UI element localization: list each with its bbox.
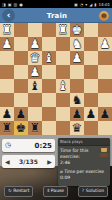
square[interactable] bbox=[56, 121, 70, 135]
square[interactable] bbox=[28, 23, 42, 37]
notification-icon: ▥ bbox=[14, 2, 18, 7]
square[interactable] bbox=[98, 65, 112, 79]
piece-wK: ♚ bbox=[72, 23, 83, 37]
square[interactable]: ♟ bbox=[28, 65, 42, 79]
signal-icon: ◢ bbox=[89, 2, 92, 7]
square[interactable]: ♚ bbox=[70, 23, 84, 37]
square[interactable] bbox=[56, 51, 70, 65]
square[interactable] bbox=[42, 23, 56, 37]
square[interactable]: ♟ bbox=[70, 51, 84, 65]
square[interactable]: ♟ bbox=[28, 37, 42, 51]
square[interactable]: ♞ bbox=[70, 93, 84, 107]
lower-panel: ◷ 0:25 ◀ 3/135 ▶ Black plays Time for th… bbox=[0, 135, 112, 200]
piece-bK: ♚ bbox=[16, 121, 27, 135]
pause-label: Pause bbox=[51, 189, 64, 194]
exercise-counter: 3/135 bbox=[19, 158, 38, 165]
square[interactable] bbox=[42, 79, 56, 93]
square[interactable]: ♝ bbox=[42, 51, 56, 65]
square[interactable]: ♛ bbox=[70, 121, 84, 135]
solution-button[interactable]: ? Solution bbox=[78, 186, 108, 198]
chess-board[interactable]: ♜♜♚♟♟♞♟♛♝♟♟♝♝♞♟♟♟♟♟♜♚♜♛ bbox=[0, 23, 112, 135]
square[interactable] bbox=[84, 65, 98, 79]
square[interactable] bbox=[0, 79, 14, 93]
square[interactable] bbox=[42, 37, 56, 51]
coach-mascot-icon bbox=[100, 147, 108, 157]
clock-icon: ◷ bbox=[5, 142, 11, 149]
square[interactable]: ♜ bbox=[0, 121, 14, 135]
square[interactable] bbox=[56, 65, 70, 79]
previous-exercise-button[interactable]: ◀ bbox=[5, 159, 10, 165]
exercise-time-value: 2:46 bbox=[60, 160, 108, 166]
pause-icon: Ⅱ bbox=[47, 189, 49, 194]
square[interactable]: ♜ bbox=[56, 23, 70, 37]
square[interactable]: ♛ bbox=[28, 51, 42, 65]
square[interactable] bbox=[0, 51, 14, 65]
square[interactable] bbox=[0, 93, 14, 107]
square[interactable]: ♟ bbox=[70, 107, 84, 121]
piece-bQ: ♛ bbox=[72, 121, 83, 135]
square[interactable] bbox=[84, 93, 98, 107]
square[interactable] bbox=[84, 79, 98, 93]
square[interactable] bbox=[98, 79, 112, 93]
notification-icon: ▣ bbox=[8, 2, 12, 7]
vibrate-icon: ▾ bbox=[85, 2, 87, 7]
square[interactable] bbox=[14, 23, 28, 37]
square[interactable] bbox=[98, 121, 112, 135]
system-icon: ▣ bbox=[74, 2, 78, 7]
notification-icon: ● bbox=[19, 2, 23, 7]
piece-bR: ♜ bbox=[2, 121, 13, 135]
square[interactable] bbox=[14, 51, 28, 65]
square[interactable]: ♚ bbox=[14, 121, 28, 135]
hint-popup-title: Black plays bbox=[58, 138, 110, 146]
piece-bP: ♟ bbox=[100, 107, 111, 121]
square[interactable]: ♟ bbox=[98, 37, 112, 51]
piece-bN: ♞ bbox=[72, 93, 83, 107]
solution-label: Solution bbox=[86, 189, 104, 194]
square[interactable]: ♟ bbox=[14, 107, 28, 121]
notification-icon: ◨ bbox=[2, 2, 6, 7]
alarm-icon: ◔ bbox=[80, 2, 84, 7]
piece-wQ: ♛ bbox=[30, 51, 41, 65]
square[interactable] bbox=[84, 23, 98, 37]
piece-wP: ♟ bbox=[30, 65, 41, 79]
square[interactable]: ♝ bbox=[56, 79, 70, 93]
square[interactable] bbox=[98, 23, 112, 37]
square[interactable] bbox=[56, 107, 70, 121]
square[interactable] bbox=[98, 51, 112, 65]
solution-icon: ? bbox=[82, 189, 84, 194]
back-button[interactable]: ‹ bbox=[2, 9, 15, 22]
timer-card: ◷ 0:25 bbox=[2, 139, 55, 152]
square[interactable] bbox=[42, 107, 56, 121]
restart-button[interactable]: ↻ Restart bbox=[4, 186, 33, 198]
square[interactable] bbox=[14, 65, 28, 79]
avatar[interactable]: ☻ bbox=[99, 11, 109, 21]
piece-wP: ♟ bbox=[30, 37, 41, 51]
status-bar: ◨ ▣ ▥ ● ▣ ◔ ▾ ◢ ▮ 14:01 bbox=[0, 0, 112, 8]
square[interactable] bbox=[84, 121, 98, 135]
piece-bP: ♟ bbox=[86, 107, 97, 121]
square[interactable] bbox=[14, 37, 28, 51]
piece-bB: ♝ bbox=[30, 79, 41, 93]
square[interactable]: ♟ bbox=[0, 107, 14, 121]
piece-bP: ♟ bbox=[72, 107, 83, 121]
app-screen: ◨ ▣ ▥ ● ▣ ◔ ▾ ◢ ▮ 14:01 ‹ Train ☻ ♜♜♚♟♟♞… bbox=[0, 0, 112, 200]
piece-wP: ♟ bbox=[72, 51, 83, 65]
square[interactable] bbox=[98, 93, 112, 107]
square[interactable]: ♟ bbox=[98, 107, 112, 121]
pause-button[interactable]: Ⅱ Pause bbox=[43, 186, 68, 198]
action-bar: ↻ Restart Ⅱ Pause ? Solution bbox=[0, 186, 112, 198]
square[interactable] bbox=[14, 79, 28, 93]
piece-bR: ♜ bbox=[30, 121, 41, 135]
square[interactable] bbox=[70, 79, 84, 93]
piece-bP: ♟ bbox=[16, 107, 27, 121]
square[interactable] bbox=[0, 65, 14, 79]
piece-wB: ♝ bbox=[58, 79, 69, 93]
piece-wR: ♜ bbox=[58, 23, 69, 37]
battery-icon: ▮ bbox=[94, 2, 96, 7]
next-exercise-button[interactable]: ▶ bbox=[47, 159, 52, 165]
square[interactable]: ♜ bbox=[0, 23, 14, 37]
square[interactable]: ♝ bbox=[28, 79, 42, 93]
square[interactable] bbox=[42, 121, 56, 135]
square[interactable]: ♞ bbox=[70, 37, 84, 51]
average-time-value: 0:09 bbox=[60, 175, 108, 181]
square[interactable]: ♟ bbox=[0, 37, 14, 51]
square[interactable] bbox=[56, 37, 70, 51]
status-clock: 14:01 bbox=[98, 2, 110, 7]
page-title: Train bbox=[47, 12, 68, 20]
piece-wB: ♝ bbox=[44, 51, 55, 65]
square[interactable] bbox=[42, 65, 56, 79]
square[interactable] bbox=[84, 37, 98, 51]
square[interactable] bbox=[56, 93, 70, 107]
square[interactable] bbox=[70, 65, 84, 79]
timer-value: 0:25 bbox=[35, 142, 52, 150]
hint-popup: Black plays Time for this exercise: 2:46… bbox=[58, 138, 110, 186]
square[interactable] bbox=[42, 93, 56, 107]
square[interactable]: ♜ bbox=[28, 121, 42, 135]
square[interactable]: ♟ bbox=[84, 107, 98, 121]
exercise-navigation: ◀ 3/135 ▶ bbox=[2, 155, 55, 168]
square[interactable] bbox=[28, 107, 42, 121]
square[interactable] bbox=[84, 51, 98, 65]
piece-wR: ♜ bbox=[2, 23, 13, 37]
piece-wN: ♞ bbox=[72, 37, 83, 51]
piece-wP: ♟ bbox=[2, 37, 13, 51]
square[interactable] bbox=[28, 93, 42, 107]
app-header: ‹ Train ☻ bbox=[0, 8, 112, 23]
square[interactable] bbox=[14, 93, 28, 107]
piece-bP: ♟ bbox=[2, 107, 13, 121]
restart-icon: ↻ bbox=[8, 189, 12, 194]
piece-wP: ♟ bbox=[100, 37, 111, 51]
restart-label: Restart bbox=[13, 189, 29, 194]
